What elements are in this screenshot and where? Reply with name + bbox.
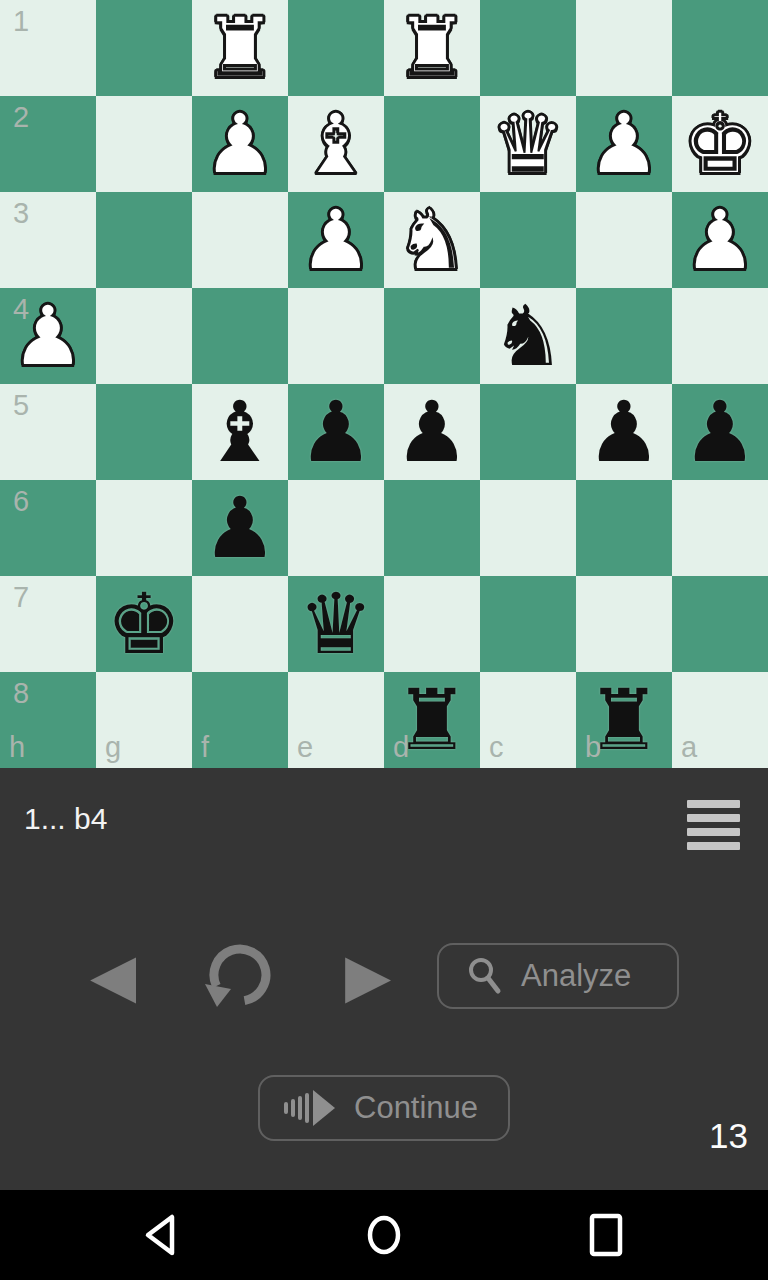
- next-icon: ▶: [345, 945, 391, 1005]
- rank-label-6: 6: [13, 485, 29, 518]
- square-d2[interactable]: [384, 96, 480, 192]
- square-f7[interactable]: [192, 576, 288, 672]
- bottom-panel: 1... b4 ◀ ▶ Analyze: [0, 768, 768, 1190]
- white-knight: ♞: [384, 192, 480, 288]
- analyze-button[interactable]: Analyze: [437, 943, 679, 1009]
- move-label: 1... b4: [24, 802, 107, 836]
- square-c7[interactable]: [480, 576, 576, 672]
- chess-board: 1♜♜2♟♝♛♟♚3♟♞♟4♟♞5♝♟♟♟♟6♟7♚♛8hgfed♜cb♜a: [0, 0, 768, 768]
- square-g2[interactable]: [96, 96, 192, 192]
- square-f1[interactable]: ♜: [192, 0, 288, 96]
- nav-back-icon[interactable]: [140, 1211, 184, 1259]
- square-g5[interactable]: [96, 384, 192, 480]
- white-bishop: ♝: [288, 96, 384, 192]
- square-c8[interactable]: c: [480, 672, 576, 768]
- restart-icon: [204, 939, 276, 1011]
- square-f4[interactable]: [192, 288, 288, 384]
- file-label-d: d: [393, 731, 409, 764]
- black-pawn: ♟: [288, 384, 384, 480]
- square-d6[interactable]: [384, 480, 480, 576]
- square-c1[interactable]: [480, 0, 576, 96]
- chess-app-screen: 1♜♜2♟♝♛♟♚3♟♞♟4♟♞5♝♟♟♟♟6♟7♚♛8hgfed♜cb♜a 1…: [0, 0, 768, 1280]
- square-b3[interactable]: [576, 192, 672, 288]
- square-b1[interactable]: [576, 0, 672, 96]
- square-h1[interactable]: 1: [0, 0, 96, 96]
- square-f6[interactable]: ♟: [192, 480, 288, 576]
- rank-label-2: 2: [13, 101, 29, 134]
- continue-label: Continue: [354, 1090, 478, 1126]
- square-f3[interactable]: [192, 192, 288, 288]
- rank-label-5: 5: [13, 389, 29, 422]
- file-label-b: b: [585, 731, 601, 764]
- square-g8[interactable]: g: [96, 672, 192, 768]
- previous-move-button[interactable]: ◀: [83, 942, 143, 1008]
- square-g7[interactable]: ♚: [96, 576, 192, 672]
- file-label-g: g: [105, 731, 121, 764]
- white-pawn: ♟: [288, 192, 384, 288]
- square-h6[interactable]: 6: [0, 480, 96, 576]
- square-e3[interactable]: ♟: [288, 192, 384, 288]
- black-pawn: ♟: [672, 384, 768, 480]
- white-queen: ♛: [480, 96, 576, 192]
- square-h2[interactable]: 2: [0, 96, 96, 192]
- menu-icon[interactable]: [687, 800, 740, 850]
- square-b6[interactable]: [576, 480, 672, 576]
- black-bishop: ♝: [192, 384, 288, 480]
- previous-icon: ◀: [90, 945, 136, 1005]
- square-e5[interactable]: ♟: [288, 384, 384, 480]
- square-f5[interactable]: ♝: [192, 384, 288, 480]
- square-a2[interactable]: ♚: [672, 96, 768, 192]
- square-h5[interactable]: 5: [0, 384, 96, 480]
- square-h3[interactable]: 3: [0, 192, 96, 288]
- file-label-h: h: [9, 731, 25, 764]
- white-king: ♚: [672, 96, 768, 192]
- square-h4[interactable]: 4♟: [0, 288, 96, 384]
- square-d8[interactable]: d♜: [384, 672, 480, 768]
- next-move-button[interactable]: ▶: [338, 942, 398, 1008]
- white-rook: ♜: [192, 0, 288, 96]
- rank-label-4: 4: [13, 293, 29, 326]
- rank-label-3: 3: [13, 197, 29, 230]
- square-c4[interactable]: ♞: [480, 288, 576, 384]
- file-label-a: a: [681, 731, 697, 764]
- analyze-label: Analyze: [521, 958, 631, 994]
- search-icon: [465, 955, 503, 997]
- square-a3[interactable]: ♟: [672, 192, 768, 288]
- square-e7[interactable]: ♛: [288, 576, 384, 672]
- square-b8[interactable]: b♜: [576, 672, 672, 768]
- square-c5[interactable]: [480, 384, 576, 480]
- black-rook: ♜: [576, 672, 672, 768]
- square-g6[interactable]: [96, 480, 192, 576]
- fast-forward-icon: [284, 1088, 338, 1128]
- rank-label-8: 8: [13, 677, 29, 710]
- black-pawn: ♟: [192, 480, 288, 576]
- file-label-c: c: [489, 731, 504, 764]
- square-b4[interactable]: [576, 288, 672, 384]
- puzzle-counter: 13: [709, 1116, 748, 1156]
- square-c3[interactable]: [480, 192, 576, 288]
- square-e2[interactable]: ♝: [288, 96, 384, 192]
- square-b7[interactable]: [576, 576, 672, 672]
- square-a8[interactable]: a: [672, 672, 768, 768]
- square-e8[interactable]: e: [288, 672, 384, 768]
- square-d4[interactable]: [384, 288, 480, 384]
- square-c2[interactable]: ♛: [480, 96, 576, 192]
- square-d7[interactable]: [384, 576, 480, 672]
- square-h8[interactable]: 8h: [0, 672, 96, 768]
- black-king: ♚: [96, 576, 192, 672]
- black-knight: ♞: [480, 288, 576, 384]
- square-b5[interactable]: ♟: [576, 384, 672, 480]
- white-rook: ♜: [384, 0, 480, 96]
- square-c6[interactable]: [480, 480, 576, 576]
- square-a7[interactable]: [672, 576, 768, 672]
- rank-label-1: 1: [13, 5, 29, 38]
- square-g4[interactable]: [96, 288, 192, 384]
- nav-recents-icon[interactable]: [588, 1211, 624, 1259]
- square-f8[interactable]: f: [192, 672, 288, 768]
- white-pawn: ♟: [0, 288, 96, 384]
- square-a5[interactable]: ♟: [672, 384, 768, 480]
- white-pawn: ♟: [576, 96, 672, 192]
- continue-button[interactable]: Continue: [258, 1075, 510, 1141]
- square-h7[interactable]: 7: [0, 576, 96, 672]
- nav-home-icon[interactable]: [365, 1211, 403, 1259]
- white-pawn: ♟: [672, 192, 768, 288]
- square-d5[interactable]: ♟: [384, 384, 480, 480]
- black-pawn: ♟: [384, 384, 480, 480]
- square-a4[interactable]: [672, 288, 768, 384]
- square-d1[interactable]: ♜: [384, 0, 480, 96]
- restart-button[interactable]: [204, 939, 276, 1011]
- white-pawn: ♟: [192, 96, 288, 192]
- square-e6[interactable]: [288, 480, 384, 576]
- square-e1[interactable]: [288, 0, 384, 96]
- square-f2[interactable]: ♟: [192, 96, 288, 192]
- square-a1[interactable]: [672, 0, 768, 96]
- file-label-f: f: [201, 731, 209, 764]
- square-g3[interactable]: [96, 192, 192, 288]
- rank-label-7: 7: [13, 581, 29, 614]
- black-rook: ♜: [384, 672, 480, 768]
- file-label-e: e: [297, 731, 313, 764]
- square-g1[interactable]: [96, 0, 192, 96]
- square-b2[interactable]: ♟: [576, 96, 672, 192]
- square-a6[interactable]: [672, 480, 768, 576]
- square-e4[interactable]: [288, 288, 384, 384]
- black-pawn: ♟: [576, 384, 672, 480]
- square-d3[interactable]: ♞: [384, 192, 480, 288]
- black-queen: ♛: [288, 576, 384, 672]
- android-nav-bar: [0, 1190, 768, 1280]
